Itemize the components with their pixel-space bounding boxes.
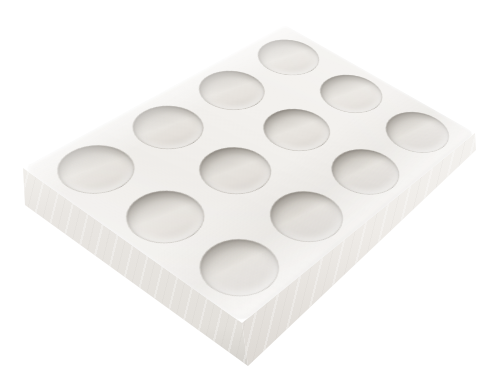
- pit-grid: [23, 25, 475, 323]
- photo-canvas: [0, 0, 500, 388]
- tray-top-face: [23, 25, 475, 323]
